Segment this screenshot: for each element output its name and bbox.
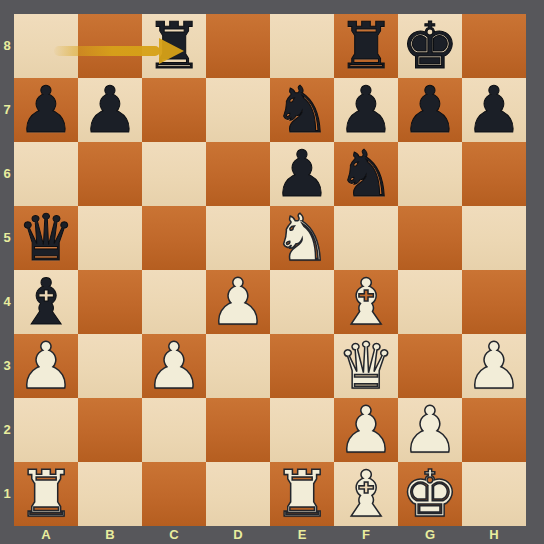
square-b3[interactable] <box>78 334 142 398</box>
square-c2[interactable] <box>142 398 206 462</box>
square-e5[interactable]: ♞ <box>270 206 334 270</box>
square-g5[interactable] <box>398 206 462 270</box>
rank-label-6: 6 <box>0 142 14 206</box>
file-label-f: F <box>334 526 398 544</box>
square-c7[interactable] <box>142 78 206 142</box>
square-f6[interactable]: ♞ <box>334 142 398 206</box>
square-e6[interactable]: ♟ <box>270 142 334 206</box>
file-label-b: B <box>78 526 142 544</box>
square-g8[interactable]: ♚ <box>398 14 462 78</box>
square-c4[interactable] <box>142 270 206 334</box>
square-e7[interactable]: ♞ <box>270 78 334 142</box>
rank-label-2: 2 <box>0 398 14 462</box>
white-pawn-g2[interactable]: ♟ <box>401 398 458 462</box>
square-e3[interactable] <box>270 334 334 398</box>
file-label-h: H <box>462 526 526 544</box>
rank-label-5: 5 <box>0 206 14 270</box>
square-g6[interactable] <box>398 142 462 206</box>
file-label-c: C <box>142 526 206 544</box>
file-label-g: G <box>398 526 462 544</box>
square-c3[interactable]: ♟ <box>142 334 206 398</box>
white-king-g1[interactable]: ♚ <box>401 462 458 526</box>
square-g4[interactable] <box>398 270 462 334</box>
square-d7[interactable] <box>206 78 270 142</box>
file-label-e: E <box>270 526 334 544</box>
square-f3[interactable]: ♛ <box>334 334 398 398</box>
white-bishop-f1[interactable]: ♝ <box>337 462 394 526</box>
white-rook-a1[interactable]: ♜ <box>17 462 74 526</box>
square-a5[interactable]: ♛ <box>14 206 78 270</box>
square-g2[interactable]: ♟ <box>398 398 462 462</box>
white-bishop-f4[interactable]: ♝ <box>337 270 394 334</box>
square-h2[interactable] <box>462 398 526 462</box>
rank-label-1: 1 <box>0 462 14 526</box>
black-queen-a5[interactable]: ♛ <box>17 206 74 270</box>
black-rook-c8[interactable]: ♜ <box>145 14 202 78</box>
square-f8[interactable]: ♜ <box>334 14 398 78</box>
square-d8[interactable] <box>206 14 270 78</box>
square-c5[interactable] <box>142 206 206 270</box>
square-h5[interactable] <box>462 206 526 270</box>
square-a3[interactable]: ♟ <box>14 334 78 398</box>
file-labels: ABCDEFGH <box>14 526 526 544</box>
black-king-g8[interactable]: ♚ <box>401 14 458 78</box>
black-pawn-e6[interactable]: ♟ <box>273 142 330 206</box>
square-h1[interactable] <box>462 462 526 526</box>
black-pawn-f7[interactable]: ♟ <box>337 78 394 142</box>
black-rook-f8[interactable]: ♜ <box>337 14 394 78</box>
black-pawn-b7[interactable]: ♟ <box>81 78 138 142</box>
square-b2[interactable] <box>78 398 142 462</box>
rank-label-8: 8 <box>0 14 14 78</box>
white-rook-e1[interactable]: ♜ <box>273 462 330 526</box>
white-pawn-a3[interactable]: ♟ <box>17 334 74 398</box>
square-f1[interactable]: ♝ <box>334 462 398 526</box>
white-pawn-c3[interactable]: ♟ <box>145 334 202 398</box>
square-h4[interactable] <box>462 270 526 334</box>
rank-labels: 87654321 <box>0 14 14 526</box>
rank-label-7: 7 <box>0 78 14 142</box>
square-b5[interactable] <box>78 206 142 270</box>
square-g1[interactable]: ♚ <box>398 462 462 526</box>
file-label-d: D <box>206 526 270 544</box>
square-g7[interactable]: ♟ <box>398 78 462 142</box>
square-c1[interactable] <box>142 462 206 526</box>
square-d4[interactable]: ♟ <box>206 270 270 334</box>
square-d5[interactable] <box>206 206 270 270</box>
white-pawn-d4[interactable]: ♟ <box>209 270 266 334</box>
square-b1[interactable] <box>78 462 142 526</box>
square-a8[interactable] <box>14 14 78 78</box>
square-b6[interactable] <box>78 142 142 206</box>
board-frame: 87654321 ♜♜♚♟♟♞♟♟♟♟♞♛♞♝♟♝♟♟♛♟♟♟♜♜♝♚ ABCD… <box>0 0 544 544</box>
black-bishop-a4[interactable]: ♝ <box>17 270 74 334</box>
white-pawn-f2[interactable]: ♟ <box>337 398 394 462</box>
black-pawn-h7[interactable]: ♟ <box>465 78 522 142</box>
black-pawn-a7[interactable]: ♟ <box>17 78 74 142</box>
square-c8[interactable]: ♜ <box>142 14 206 78</box>
square-a2[interactable] <box>14 398 78 462</box>
square-d3[interactable] <box>206 334 270 398</box>
square-f4[interactable]: ♝ <box>334 270 398 334</box>
rank-label-3: 3 <box>0 334 14 398</box>
square-h6[interactable] <box>462 142 526 206</box>
rank-label-4: 4 <box>0 270 14 334</box>
square-b7[interactable]: ♟ <box>78 78 142 142</box>
black-knight-f6[interactable]: ♞ <box>337 142 394 206</box>
square-e4[interactable] <box>270 270 334 334</box>
square-a4[interactable]: ♝ <box>14 270 78 334</box>
square-g3[interactable] <box>398 334 462 398</box>
black-pawn-g7[interactable]: ♟ <box>401 78 458 142</box>
square-a1[interactable]: ♜ <box>14 462 78 526</box>
black-knight-e7[interactable]: ♞ <box>273 78 330 142</box>
square-h8[interactable] <box>462 14 526 78</box>
square-a6[interactable] <box>14 142 78 206</box>
square-h7[interactable]: ♟ <box>462 78 526 142</box>
white-queen-f3[interactable]: ♛ <box>337 334 394 398</box>
chess-board[interactable]: ♜♜♚♟♟♞♟♟♟♟♞♛♞♝♟♝♟♟♛♟♟♟♜♜♝♚ <box>14 14 526 526</box>
white-pawn-h3[interactable]: ♟ <box>465 334 522 398</box>
square-e8[interactable] <box>270 14 334 78</box>
file-label-a: A <box>14 526 78 544</box>
square-a7[interactable]: ♟ <box>14 78 78 142</box>
square-c6[interactable] <box>142 142 206 206</box>
square-b4[interactable] <box>78 270 142 334</box>
white-knight-e5[interactable]: ♞ <box>273 206 330 270</box>
square-b8[interactable] <box>78 14 142 78</box>
square-f2[interactable]: ♟ <box>334 398 398 462</box>
square-f5[interactable] <box>334 206 398 270</box>
square-e2[interactable] <box>270 398 334 462</box>
square-d2[interactable] <box>206 398 270 462</box>
square-d1[interactable] <box>206 462 270 526</box>
square-d6[interactable] <box>206 142 270 206</box>
square-f7[interactable]: ♟ <box>334 78 398 142</box>
square-h3[interactable]: ♟ <box>462 334 526 398</box>
square-e1[interactable]: ♜ <box>270 462 334 526</box>
